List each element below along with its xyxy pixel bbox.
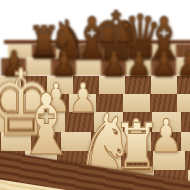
black-pawn-f7[interactable]: ♟ (126, 47, 151, 82)
black-pawn-g7[interactable]: ♟ (151, 47, 176, 82)
black-pawn-h7[interactable]: ♟ (176, 47, 190, 82)
black-pawn-e7[interactable]: ♟ (101, 47, 126, 82)
chess-set-photo: ♜♞♝♚♛♝♟♟♟♟♟♟♟♟♚♝♟♟♞♜ (0, 0, 190, 190)
